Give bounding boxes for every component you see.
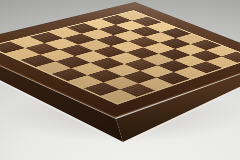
photo-backdrop [0, 0, 240, 160]
